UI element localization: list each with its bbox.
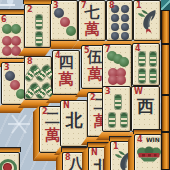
cut-tile-edge [161, 10, 170, 44]
tile-face: 4四萬 [52, 50, 80, 95]
circle-dot [116, 75, 126, 85]
tile-number: 1 [113, 143, 119, 151]
tile-7-characters[interactable]: 7七萬 [78, 0, 106, 41]
circle-dot [121, 32, 129, 40]
tile-face: 7 [102, 44, 132, 89]
tile-face: 4WIN [134, 134, 162, 170]
tile-number: N [63, 102, 70, 110]
tile-face: 3 [50, 0, 78, 41]
bamboo-stick [121, 113, 127, 127]
bamboo-stick [150, 69, 156, 83]
tile-1-bamboo-a[interactable]: 1 [133, 0, 161, 41]
tile-face: 3 [1, 62, 26, 105]
circle-dot [11, 36, 21, 46]
bamboo-stick [36, 15, 42, 29]
tile-8-dots[interactable]: 8 [106, 0, 133, 41]
bamboo-stick [36, 32, 42, 46]
tile-north-wind-a[interactable]: N北 [60, 100, 88, 147]
mahjong-board: 6237七萬81384四萬5伍萬742二萬N北2二萬3W西8八萬N北14WIN [0, 0, 170, 170]
tile-face: 7七萬 [78, 0, 106, 41]
tile-number: 3 [4, 64, 10, 72]
tile-8-bamboo[interactable]: 8 [24, 56, 52, 100]
tile-3-dots-a[interactable]: 3 [50, 0, 78, 41]
circle-dot [11, 24, 21, 34]
tile-number: 2 [90, 94, 96, 102]
circle-dot [121, 23, 129, 31]
tile-number: 1 [136, 2, 142, 10]
tile-3-bamboo[interactable]: 3 [102, 86, 131, 132]
tile-face: 4 [132, 43, 160, 86]
tile-face: 3 [102, 86, 131, 132]
bamboo-stick [139, 69, 145, 83]
sparrow-icon [137, 8, 159, 38]
tile-number: 4 [55, 52, 61, 60]
wan-glyph: 萬 [53, 72, 79, 87]
circle-dot [66, 26, 76, 36]
tile-1-dots[interactable] [0, 152, 20, 170]
tile-face: 8 [106, 0, 133, 41]
tile-number: N [91, 149, 98, 157]
season-name-label: WIN [146, 137, 160, 143]
circle-dot [121, 5, 129, 13]
tile-face: W西 [131, 86, 160, 132]
circle-dot [111, 23, 119, 31]
tile-face: 8 [24, 56, 52, 100]
background-table-notch [7, 0, 13, 4]
wind-glyph: 西 [132, 98, 159, 115]
tile-number: 7 [81, 2, 87, 10]
tile-number: 4 [137, 136, 143, 144]
tile-number: 5 [84, 47, 90, 55]
circle-dot [111, 32, 119, 40]
tile-number: 8 [65, 154, 71, 162]
big-circle-center [4, 164, 11, 170]
winter-wreath-icon [137, 146, 161, 166]
bamboo-stick [109, 113, 115, 127]
tile-number: 8 [109, 2, 115, 10]
tile-west-wind[interactable]: W西 [131, 86, 160, 132]
tile-4-characters[interactable]: 4四萬 [52, 50, 80, 95]
background-table-line [0, 4, 15, 6]
cut-tile-edge [161, 132, 170, 170]
tile-winter-season[interactable]: 4WIN [134, 134, 162, 170]
circle-dot [121, 14, 129, 22]
tile-number: 2 [27, 6, 33, 14]
tile-2-bamboo[interactable]: 2 [24, 4, 51, 48]
tile-4-bamboo[interactable]: 4 [132, 43, 160, 86]
tile-number: 3 [53, 2, 59, 10]
tile-face [0, 152, 20, 170]
tile-number: 7 [105, 46, 111, 54]
tile-face: N北 [60, 100, 88, 147]
tile-face: 1 [133, 0, 161, 41]
bamboo-stick [139, 52, 145, 66]
tile-face: 2 [24, 4, 51, 48]
tile-number: 3 [105, 88, 111, 96]
circle-dot [111, 14, 119, 22]
tile-number: 2 [42, 108, 48, 116]
tile-number: 8 [27, 58, 33, 66]
wan-glyph: 萬 [79, 22, 105, 37]
bamboo-stick [115, 95, 121, 109]
tile-3-dots-b[interactable]: 3 [1, 62, 26, 105]
tile-7-dots[interactable]: 7 [102, 44, 132, 89]
bamboo-stick [150, 52, 156, 66]
circle-dot [119, 57, 129, 67]
background-snowflake-pattern [5, 110, 33, 138]
wind-glyph: 北 [61, 112, 87, 129]
tile-number: 4 [135, 45, 141, 53]
tile-number: 6 [1, 16, 7, 24]
cut-tile-edge [161, 44, 170, 95]
cut-tile-edge [161, 95, 170, 132]
tile-number: W [134, 88, 143, 96]
